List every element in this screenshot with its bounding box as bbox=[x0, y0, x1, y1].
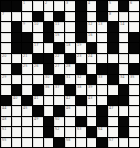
cell-r1c11[interactable]: 5 bbox=[108, 1, 118, 11]
cell-r4c1[interactable] bbox=[1, 33, 11, 43]
clue-number: 14 bbox=[120, 22, 124, 25]
black-cell-r6c5 bbox=[44, 54, 54, 64]
black-cell-r10c11 bbox=[108, 96, 118, 106]
cell-r10c9[interactable]: 43 bbox=[87, 96, 97, 106]
cell-r8c5[interactable]: 30 bbox=[44, 75, 54, 85]
clue-number: 20 bbox=[2, 54, 6, 57]
cell-r8c1[interactable]: 29 bbox=[1, 75, 11, 85]
cell-r6c6[interactable]: 22 bbox=[54, 54, 64, 64]
cell-r13c7[interactable] bbox=[65, 127, 75, 137]
black-cell-r8c11 bbox=[108, 75, 118, 85]
cell-r4c4[interactable] bbox=[33, 33, 43, 43]
cell-r12c7[interactable] bbox=[65, 117, 75, 127]
cell-r4c12[interactable] bbox=[119, 33, 129, 43]
clue-number: 53 bbox=[77, 127, 81, 130]
cell-r5c1[interactable] bbox=[1, 43, 11, 53]
clue-number: 47 bbox=[109, 106, 113, 109]
cell-r13c6[interactable]: 52 bbox=[54, 127, 64, 137]
black-cell-r2c4 bbox=[33, 12, 43, 22]
black-cell-r5c13 bbox=[129, 43, 139, 53]
cell-r11c13[interactable] bbox=[129, 106, 139, 116]
clue-number: 4 bbox=[88, 1, 90, 4]
black-cell-r11c6 bbox=[54, 106, 64, 116]
cell-r13c13[interactable] bbox=[129, 127, 139, 137]
black-cell-r6c7 bbox=[65, 54, 75, 64]
cell-r8c4[interactable] bbox=[33, 75, 43, 85]
clue-number: 16 bbox=[88, 33, 92, 36]
clue-number: 49 bbox=[34, 117, 38, 120]
black-cell-r7c8 bbox=[76, 64, 86, 74]
cell-r2c7[interactable] bbox=[65, 12, 75, 22]
black-cell-r4c5 bbox=[44, 33, 54, 43]
clue-number: 45 bbox=[23, 106, 27, 109]
black-cell-r11c10 bbox=[97, 106, 107, 116]
black-cell-r3c8 bbox=[76, 22, 86, 32]
clue-number: 51 bbox=[2, 127, 6, 130]
cell-r9c8[interactable]: 38 bbox=[76, 85, 86, 95]
cell-r12c9[interactable] bbox=[87, 117, 97, 127]
cell-r6c13[interactable] bbox=[129, 54, 139, 64]
black-cell-r12c5 bbox=[44, 117, 54, 127]
clue-number: 40 bbox=[13, 96, 17, 99]
cell-r5c10[interactable] bbox=[97, 43, 107, 53]
cell-r3c10[interactable]: 13 bbox=[97, 22, 107, 32]
clue-number: 50 bbox=[55, 117, 59, 120]
cell-r5c7[interactable]: 18 bbox=[65, 43, 75, 53]
black-cell-r1c10 bbox=[97, 1, 107, 11]
cell-r11c1[interactable]: 44 bbox=[1, 106, 11, 116]
cell-r7c1[interactable] bbox=[1, 64, 11, 74]
cell-r1c4[interactable] bbox=[33, 1, 43, 11]
cell-r12c2[interactable] bbox=[12, 117, 22, 127]
clue-number: 57 bbox=[109, 138, 113, 141]
clue-number: 12 bbox=[88, 22, 92, 25]
black-cell-r11c4 bbox=[33, 106, 43, 116]
cell-r2c13[interactable] bbox=[129, 12, 139, 22]
cell-r13c4[interactable] bbox=[33, 127, 43, 137]
cell-r1c3[interactable]: 1 bbox=[22, 1, 32, 11]
clue-number: 10 bbox=[34, 22, 38, 25]
clue-number: 35 bbox=[130, 75, 134, 78]
black-cell-r9c7 bbox=[65, 85, 75, 95]
cell-r7c3[interactable]: 25 bbox=[22, 64, 32, 74]
cell-r8c13[interactable]: 35 bbox=[129, 75, 139, 85]
clue-number: 6 bbox=[130, 1, 132, 4]
clue-number: 31 bbox=[66, 75, 70, 78]
cell-r10c13[interactable] bbox=[129, 96, 139, 106]
black-cell-r12c10 bbox=[97, 117, 107, 127]
cell-r14c9[interactable] bbox=[87, 138, 97, 148]
black-cell-r10c12 bbox=[119, 96, 129, 106]
cell-r5c12[interactable] bbox=[119, 43, 129, 53]
cell-r1c6[interactable] bbox=[54, 1, 64, 11]
cell-r5c8[interactable]: 19 bbox=[76, 43, 86, 53]
clue-number: 32 bbox=[77, 75, 81, 78]
clue-number: 29 bbox=[2, 75, 6, 78]
black-cell-r10c3 bbox=[22, 96, 32, 106]
clue-number: 56 bbox=[66, 138, 70, 141]
cell-r6c2[interactable] bbox=[12, 54, 22, 64]
cell-r3c3[interactable]: 9 bbox=[22, 22, 32, 32]
cell-r11c5[interactable] bbox=[44, 106, 54, 116]
cell-r2c1[interactable]: 7 bbox=[1, 12, 11, 22]
cell-r9c11[interactable] bbox=[108, 85, 118, 95]
cell-r3c4[interactable]: 10 bbox=[33, 22, 43, 32]
clue-number: 23 bbox=[77, 54, 81, 57]
clue-number: 42 bbox=[66, 96, 70, 99]
cell-r9c10[interactable] bbox=[97, 85, 107, 95]
black-cell-r3c2 bbox=[12, 22, 22, 32]
black-cell-r10c8 bbox=[76, 96, 86, 106]
clue-number: 41 bbox=[34, 96, 38, 99]
black-cell-r13c5 bbox=[44, 127, 54, 137]
cell-r2c2[interactable] bbox=[12, 12, 22, 22]
cell-r14c13[interactable] bbox=[129, 138, 139, 148]
cell-r10c7[interactable]: 42 bbox=[65, 96, 75, 106]
cell-r1c7[interactable]: 3 bbox=[65, 1, 75, 11]
cell-r11c3[interactable]: 45 bbox=[22, 106, 32, 116]
cell-r8c7[interactable]: 31 bbox=[65, 75, 75, 85]
clue-number: 11 bbox=[55, 22, 59, 25]
clue-number: 7 bbox=[2, 12, 4, 15]
black-cell-r1c2 bbox=[12, 1, 22, 11]
clue-number: 9 bbox=[23, 22, 25, 25]
cell-r5c4[interactable]: 17 bbox=[33, 43, 43, 53]
cell-r12c3[interactable] bbox=[22, 117, 32, 127]
cell-r11c7[interactable]: 46 bbox=[65, 106, 75, 116]
black-cell-r2c10 bbox=[97, 12, 107, 22]
cell-r13c8[interactable]: 53 bbox=[76, 127, 86, 137]
black-cell-r12c8 bbox=[76, 117, 86, 127]
cell-r7c4[interactable]: 26 bbox=[33, 64, 43, 74]
clue-number: 46 bbox=[66, 106, 70, 109]
cell-r12c1[interactable]: 48 bbox=[1, 117, 11, 127]
black-cell-r2c6 bbox=[54, 12, 64, 22]
black-cell-r7c2 bbox=[12, 64, 22, 74]
black-cell-r8c6 bbox=[54, 75, 64, 85]
clue-number: 30 bbox=[45, 75, 49, 78]
cell-r7c6[interactable]: 27 bbox=[54, 64, 64, 74]
black-cell-r9c2 bbox=[12, 85, 22, 95]
cell-r13c2[interactable] bbox=[12, 127, 22, 137]
cell-r10c6[interactable] bbox=[54, 96, 64, 106]
cell-r14c3[interactable] bbox=[22, 138, 32, 148]
clue-number: 18 bbox=[66, 43, 70, 46]
cell-r3c13[interactable] bbox=[129, 22, 139, 32]
clue-number: 19 bbox=[77, 43, 81, 46]
cell-r9c13[interactable] bbox=[129, 85, 139, 95]
black-cell-r4c2 bbox=[12, 33, 22, 43]
cell-r7c9[interactable] bbox=[87, 64, 97, 74]
cell-r14c7[interactable]: 56 bbox=[65, 138, 75, 148]
clue-number: 2 bbox=[45, 1, 47, 4]
clue-number: 13 bbox=[98, 22, 102, 25]
cell-r9c9[interactable]: 39 bbox=[87, 85, 97, 95]
cell-r4c6[interactable]: 15 bbox=[54, 33, 64, 43]
cell-r1c5[interactable]: 2 bbox=[44, 1, 54, 11]
cell-r12c4[interactable]: 49 bbox=[33, 117, 43, 127]
cell-r3c7[interactable] bbox=[65, 22, 75, 32]
clue-number: 8 bbox=[109, 12, 111, 15]
crossword-board: 1234567891011121314151617181920212223242… bbox=[0, 0, 140, 148]
black-cell-r5c9 bbox=[87, 43, 97, 53]
clue-number: 3 bbox=[66, 1, 68, 4]
clue-number: 38 bbox=[77, 85, 81, 88]
cell-r13c3[interactable] bbox=[22, 127, 32, 137]
black-cell-r1c8 bbox=[76, 1, 86, 11]
cell-r4c7[interactable] bbox=[65, 33, 75, 43]
cell-r13c11[interactable] bbox=[108, 127, 118, 137]
clue-number: 24 bbox=[88, 54, 92, 57]
black-cell-r3c5 bbox=[44, 22, 54, 32]
cell-r11c2[interactable] bbox=[12, 106, 22, 116]
cell-r10c5[interactable] bbox=[44, 96, 54, 106]
black-cell-r7c5 bbox=[44, 64, 54, 74]
clue-number: 5 bbox=[109, 1, 111, 4]
clue-number: 28 bbox=[66, 64, 70, 67]
clue-number: 15 bbox=[55, 33, 59, 36]
clue-number: 33 bbox=[98, 75, 102, 78]
clue-number: 48 bbox=[2, 117, 6, 120]
cell-r14c11[interactable]: 57 bbox=[108, 138, 118, 148]
cell-r2c11[interactable]: 8 bbox=[108, 12, 118, 22]
black-cell-r3c11 bbox=[108, 22, 118, 32]
cell-r1c13[interactable]: 6 bbox=[129, 1, 139, 11]
cell-r9c6[interactable]: 37 bbox=[54, 85, 64, 95]
black-cell-r8c9 bbox=[87, 75, 97, 85]
black-cell-r6c4 bbox=[33, 54, 43, 64]
cell-r8c2[interactable] bbox=[12, 75, 22, 85]
clue-number: 21 bbox=[23, 54, 27, 57]
cell-r6c1[interactable]: 20 bbox=[1, 54, 11, 64]
cell-r10c10[interactable] bbox=[97, 96, 107, 106]
clue-number: 26 bbox=[34, 64, 38, 67]
cell-r8c10[interactable]: 33 bbox=[97, 75, 107, 85]
cell-r9c5[interactable]: 36 bbox=[44, 85, 54, 95]
clue-number: 55 bbox=[2, 138, 6, 141]
clue-number: 43 bbox=[88, 96, 92, 99]
black-cell-r10c1 bbox=[1, 96, 11, 106]
cell-r2c5[interactable] bbox=[44, 12, 54, 22]
clue-number: 54 bbox=[98, 127, 102, 130]
cell-r2c3[interactable] bbox=[22, 12, 32, 22]
black-cell-r4c11 bbox=[108, 33, 118, 43]
cell-r14c12[interactable] bbox=[119, 138, 129, 148]
black-cell-r1c1 bbox=[1, 1, 11, 11]
black-cell-r14c10 bbox=[97, 138, 107, 148]
cell-r6c8[interactable]: 23 bbox=[76, 54, 86, 64]
cell-r14c2[interactable] bbox=[12, 138, 22, 148]
clue-number: 44 bbox=[2, 106, 6, 109]
clue-number: 27 bbox=[55, 64, 59, 67]
cell-r6c12[interactable] bbox=[119, 54, 129, 64]
cell-r9c1[interactable] bbox=[1, 85, 11, 95]
clue-number: 37 bbox=[55, 85, 59, 88]
black-cell-r5c6 bbox=[54, 43, 64, 53]
clue-number: 34 bbox=[120, 75, 124, 78]
cell-r7c12[interactable] bbox=[119, 64, 129, 74]
cell-r8c12[interactable]: 34 bbox=[119, 75, 129, 85]
cell-r11c12[interactable] bbox=[119, 106, 129, 116]
cell-r6c11[interactable] bbox=[108, 54, 118, 64]
cell-r4c10[interactable] bbox=[97, 33, 107, 43]
cell-r8c3[interactable] bbox=[22, 75, 32, 85]
black-cell-r14c6 bbox=[54, 138, 64, 148]
cell-r3c9[interactable]: 12 bbox=[87, 22, 97, 32]
cell-r9c3[interactable] bbox=[22, 85, 32, 95]
black-cell-r1c12 bbox=[119, 1, 129, 11]
cell-r1c9[interactable]: 4 bbox=[87, 1, 97, 11]
cell-r6c10[interactable] bbox=[97, 54, 107, 64]
cell-r14c1[interactable]: 55 bbox=[1, 138, 11, 148]
cell-r7c7[interactable]: 28 bbox=[65, 64, 75, 74]
cell-r11c9[interactable] bbox=[87, 106, 97, 116]
cell-r5c5[interactable] bbox=[44, 43, 54, 53]
cell-r13c1[interactable]: 51 bbox=[1, 127, 11, 137]
black-cell-r13c12 bbox=[119, 127, 129, 137]
black-cell-r5c2 bbox=[12, 43, 22, 53]
cell-r4c9[interactable]: 16 bbox=[87, 33, 97, 43]
black-cell-r7c10 bbox=[97, 64, 107, 74]
cell-r10c4[interactable]: 41 bbox=[33, 96, 43, 106]
cell-r6c9[interactable]: 24 bbox=[87, 54, 97, 64]
clue-number: 36 bbox=[45, 85, 49, 88]
black-cell-r9c4 bbox=[33, 85, 43, 95]
cell-r12c11[interactable] bbox=[108, 117, 118, 127]
clue-number: 17 bbox=[34, 43, 38, 46]
cell-r13c10[interactable]: 54 bbox=[97, 127, 107, 137]
cell-r11c8[interactable] bbox=[76, 106, 86, 116]
cell-r8c8[interactable]: 32 bbox=[76, 75, 86, 85]
clue-number: 25 bbox=[23, 64, 27, 67]
clue-number: 52 bbox=[55, 127, 59, 130]
clue-number: 22 bbox=[55, 54, 59, 57]
black-cell-r4c8 bbox=[76, 33, 86, 43]
cell-r14c8[interactable] bbox=[76, 138, 86, 148]
black-cell-r4c3 bbox=[22, 33, 32, 43]
cell-r3c12[interactable]: 14 bbox=[119, 22, 129, 32]
cell-r10c2[interactable]: 40 bbox=[12, 96, 22, 106]
clue-number: 39 bbox=[88, 85, 92, 88]
cell-r3c6[interactable]: 11 bbox=[54, 22, 64, 32]
black-cell-r5c11 bbox=[108, 43, 118, 53]
cell-r3c1[interactable] bbox=[1, 22, 11, 32]
black-cell-r7c13 bbox=[129, 64, 139, 74]
cell-r12c13[interactable] bbox=[129, 117, 139, 127]
cell-r14c4[interactable] bbox=[33, 138, 43, 148]
black-cell-r2c8 bbox=[76, 12, 86, 22]
cell-r14c5[interactable] bbox=[44, 138, 54, 148]
cell-r2c12[interactable] bbox=[119, 12, 129, 22]
black-cell-r9c12 bbox=[119, 85, 129, 95]
black-cell-r5c3 bbox=[22, 43, 32, 53]
black-cell-r7c11 bbox=[108, 64, 118, 74]
black-cell-r12c12 bbox=[119, 117, 129, 127]
cell-r12c6[interactable]: 50 bbox=[54, 117, 64, 127]
cell-r6c3[interactable]: 21 bbox=[22, 54, 32, 64]
cell-r2c9[interactable] bbox=[87, 12, 97, 22]
cell-r11c11[interactable]: 47 bbox=[108, 106, 118, 116]
black-cell-r13c9 bbox=[87, 127, 97, 137]
clue-number: 1 bbox=[23, 1, 25, 4]
black-cell-r4c13 bbox=[129, 33, 139, 43]
